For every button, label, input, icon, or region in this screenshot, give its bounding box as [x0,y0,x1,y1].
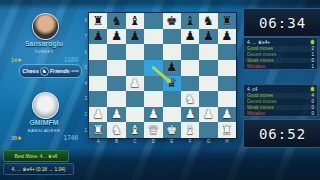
square-e1[interactable]: ♚ [163,122,181,138]
file-label-b: b [107,139,125,147]
white-piece-h1: ♜ [221,123,232,136]
white-piece-e1: ♚ [166,123,177,136]
square-c7[interactable]: ♟ [126,29,144,45]
player-name-bottom: GMIMFM [0,119,88,126]
square-g8[interactable]: ♞ [199,13,217,29]
rank-label-5: 5 [79,60,87,76]
square-a7[interactable]: ♟ [89,29,107,45]
square-h5[interactable] [218,60,236,76]
square-f3[interactable]: ♞ [181,91,199,107]
stats-value: 0 [311,105,314,110]
black-piece-g8: ♞ [203,14,214,27]
black-piece-a8: ♜ [93,14,104,27]
square-d7[interactable] [144,29,162,45]
move-quality-dot [311,87,315,91]
square-d5[interactable] [144,60,162,76]
square-f7[interactable]: ♟ [181,29,199,45]
square-b6[interactable] [107,44,125,60]
stats-label: Mistakes [247,64,265,69]
avatar[interactable] [32,92,59,119]
square-c1[interactable]: ♝ [126,122,144,138]
player-rating-top: 1160 [64,56,78,63]
square-d2[interactable]: ♟ [144,107,162,123]
file-label-d: d [144,139,162,147]
rank-labels: 87654321 [79,13,87,138]
square-a2[interactable]: ♟ [89,107,107,123]
file-label-c: c [126,139,144,147]
square-a8[interactable]: ♜ [89,13,107,29]
white-piece-f3: ♞ [184,92,195,105]
square-a3[interactable] [89,91,107,107]
stats-panel-bottom: 4. c4 Good moves4Decent moves0Weak moves… [243,84,318,117]
stats-value: 4 [311,93,314,98]
square-h1[interactable]: ♜ [218,122,236,138]
square-b2[interactable]: ♟ [107,107,125,123]
stats-label: Weak moves [247,58,273,63]
black-piece-f8: ♝ [184,14,195,27]
square-f6[interactable] [181,44,199,60]
rank-label-4: 4 [79,76,87,92]
player-badges-top: 14★ [11,57,22,63]
square-c2[interactable] [126,107,144,123]
stats-label: Good moves [247,93,273,98]
player-country-top: TURKEY [0,49,88,54]
file-labels: abcdefgh [89,139,236,147]
stats-row-mistakes: Mistakes1 [244,63,317,69]
white-piece-a1: ♜ [93,123,104,136]
stats-label: Weak moves [247,105,273,110]
black-piece-e5: ♟ [166,61,177,74]
black-piece-b7: ♟ [111,30,122,43]
black-piece-b8: ♞ [111,14,122,27]
square-e6[interactable] [163,44,181,60]
stats-value: 0 [311,111,314,116]
square-c4[interactable]: ♟ [126,76,144,92]
white-piece-f2: ♟ [184,108,195,121]
square-g5[interactable] [199,60,217,76]
square-g2[interactable]: ♟ [199,107,217,123]
black-piece-a7: ♟ [93,30,104,43]
player-name-top: Sansaroglu [0,40,88,47]
logo-text-com: .com [71,69,79,73]
stats-move-top: 4. ... ♛e4+ [247,40,270,45]
square-e3[interactable] [163,91,181,107]
player-country-bottom: BANGLADESH [0,128,88,133]
stats-row-mistakes: Mistakes0 [244,110,317,116]
black-piece-h8: ♜ [221,14,232,27]
stats-panel-top: 4. ... ♛e4+ Good moves2Decent moves1Weak… [243,37,318,70]
black-piece-g7: ♟ [203,30,214,43]
square-b8[interactable]: ♞ [107,13,125,29]
white-piece-c1: ♝ [129,123,140,136]
square-g1[interactable] [199,122,217,138]
move-quality-dot [311,40,315,44]
player-rating-bottom: 1746 [64,134,78,141]
square-d6[interactable] [144,44,162,60]
square-g4[interactable] [199,76,217,92]
chessfriends-logo[interactable]: Chess ♞ Friends .com [19,64,82,78]
stats-move-bottom: 4. c4 [247,87,257,92]
white-piece-d2: ♟ [148,108,159,121]
square-h3[interactable] [218,91,236,107]
square-d1[interactable]: ♛ [144,122,162,138]
square-g7[interactable]: ♟ [199,29,217,45]
square-h2[interactable]: ♟ [218,107,236,123]
file-label-g: g [199,139,217,147]
square-f5[interactable] [181,60,199,76]
square-h7[interactable]: ♟ [218,29,236,45]
player-badges-bottom: 38★ [11,135,22,141]
chess-board: ♜♞♝♚♝♞♜♟♟♟♟♟♟♟♟♛♞♟♟♟♟♟♟♜♞♝♛♚♝♜ [89,13,236,138]
avatar[interactable] [32,13,59,40]
square-f1[interactable]: ♝ [181,122,199,138]
square-a1[interactable]: ♜ [89,122,107,138]
white-piece-b2: ♟ [111,108,122,121]
square-a4[interactable] [89,76,107,92]
rank-label-8: 8 [79,13,87,29]
square-b3[interactable] [107,91,125,107]
white-piece-d1: ♛ [148,123,159,136]
black-piece-e4: ♛ [166,77,177,90]
clock-bottom: 06:52 [243,119,320,148]
black-piece-c8: ♝ [129,14,140,27]
stats-value: 0 [311,99,314,104]
rank-label-6: 6 [79,44,87,60]
rank-label-2: 2 [79,107,87,123]
stats-label: Decent moves [247,52,276,57]
white-piece-f1: ♝ [184,123,195,136]
stats-label: Good moves [247,46,273,51]
logo-text-chess: Chess [22,68,39,74]
square-e7[interactable] [163,29,181,45]
app-window: Sansaroglu TURKEY 14★ 1160 Chess ♞ Frien… [0,0,320,180]
black-piece-f7: ♟ [184,30,195,43]
white-piece-g2: ♟ [203,108,214,121]
square-b7[interactable]: ♟ [107,29,125,45]
black-piece-c7: ♟ [129,30,140,43]
white-piece-a2: ♟ [93,108,104,121]
black-piece-h7: ♟ [221,30,232,43]
square-d8[interactable] [144,13,162,29]
best-move-banner: Best Move: 4... ♛e6 [3,150,69,162]
square-h6[interactable] [218,44,236,60]
square-f4[interactable] [181,76,199,92]
square-d4[interactable] [144,76,162,92]
square-h4[interactable] [218,76,236,92]
square-e2[interactable] [163,107,181,123]
square-b1[interactable]: ♞ [107,122,125,138]
square-b5[interactable] [107,60,125,76]
square-f2[interactable]: ♟ [181,107,199,123]
stats-label: Decent moves [247,99,276,104]
square-a6[interactable] [89,44,107,60]
stats-label: Mistakes [247,111,265,116]
white-piece-b1: ♞ [111,123,122,136]
white-piece-h2: ♟ [221,108,232,121]
square-c3[interactable] [126,91,144,107]
file-label-h: h [218,139,236,147]
square-e8[interactable]: ♚ [163,13,181,29]
rank-label-7: 7 [79,29,87,45]
rank-label-3: 3 [79,91,87,107]
knight-shield-icon: ♞ [40,67,49,76]
logo-text-friends: Friends [50,68,70,74]
file-label-a: a [89,139,107,147]
square-g6[interactable] [199,44,217,60]
square-g3[interactable] [199,91,217,107]
clock-top: 06:34 [243,8,320,37]
square-e4[interactable]: ♛ [163,76,181,92]
square-b4[interactable] [107,76,125,92]
rank-label-1: 1 [79,122,87,138]
stats-value: 1 [311,52,314,57]
stats-value: 0 [311,58,314,63]
white-piece-c4: ♟ [129,77,140,90]
stats-value: 2 [311,46,314,51]
square-e5[interactable]: ♟ [163,60,181,76]
last-move-eval-banner: 4. ... ♛e4+ (0.18 → 1.04) [3,163,74,175]
square-d3[interactable] [144,91,162,107]
square-c8[interactable]: ♝ [126,13,144,29]
file-label-e: e [163,139,181,147]
square-h8[interactable]: ♜ [218,13,236,29]
square-a5[interactable] [89,60,107,76]
black-piece-e8: ♚ [166,14,177,27]
file-label-f: f [181,139,199,147]
square-c6[interactable] [126,44,144,60]
square-c5[interactable] [126,60,144,76]
square-f8[interactable]: ♝ [181,13,199,29]
stats-value: 1 [311,64,314,69]
